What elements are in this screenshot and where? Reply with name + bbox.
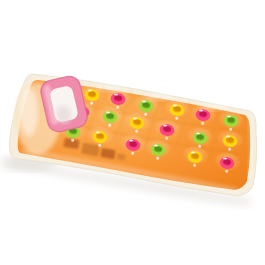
head-glare (20, 88, 38, 136)
photo-stage (0, 0, 265, 265)
pool-float-photo (0, 0, 265, 265)
top-edge-glare-4 (201, 104, 229, 111)
top-edge-glare-3 (146, 94, 174, 101)
top-edge-glare-2 (96, 85, 124, 92)
